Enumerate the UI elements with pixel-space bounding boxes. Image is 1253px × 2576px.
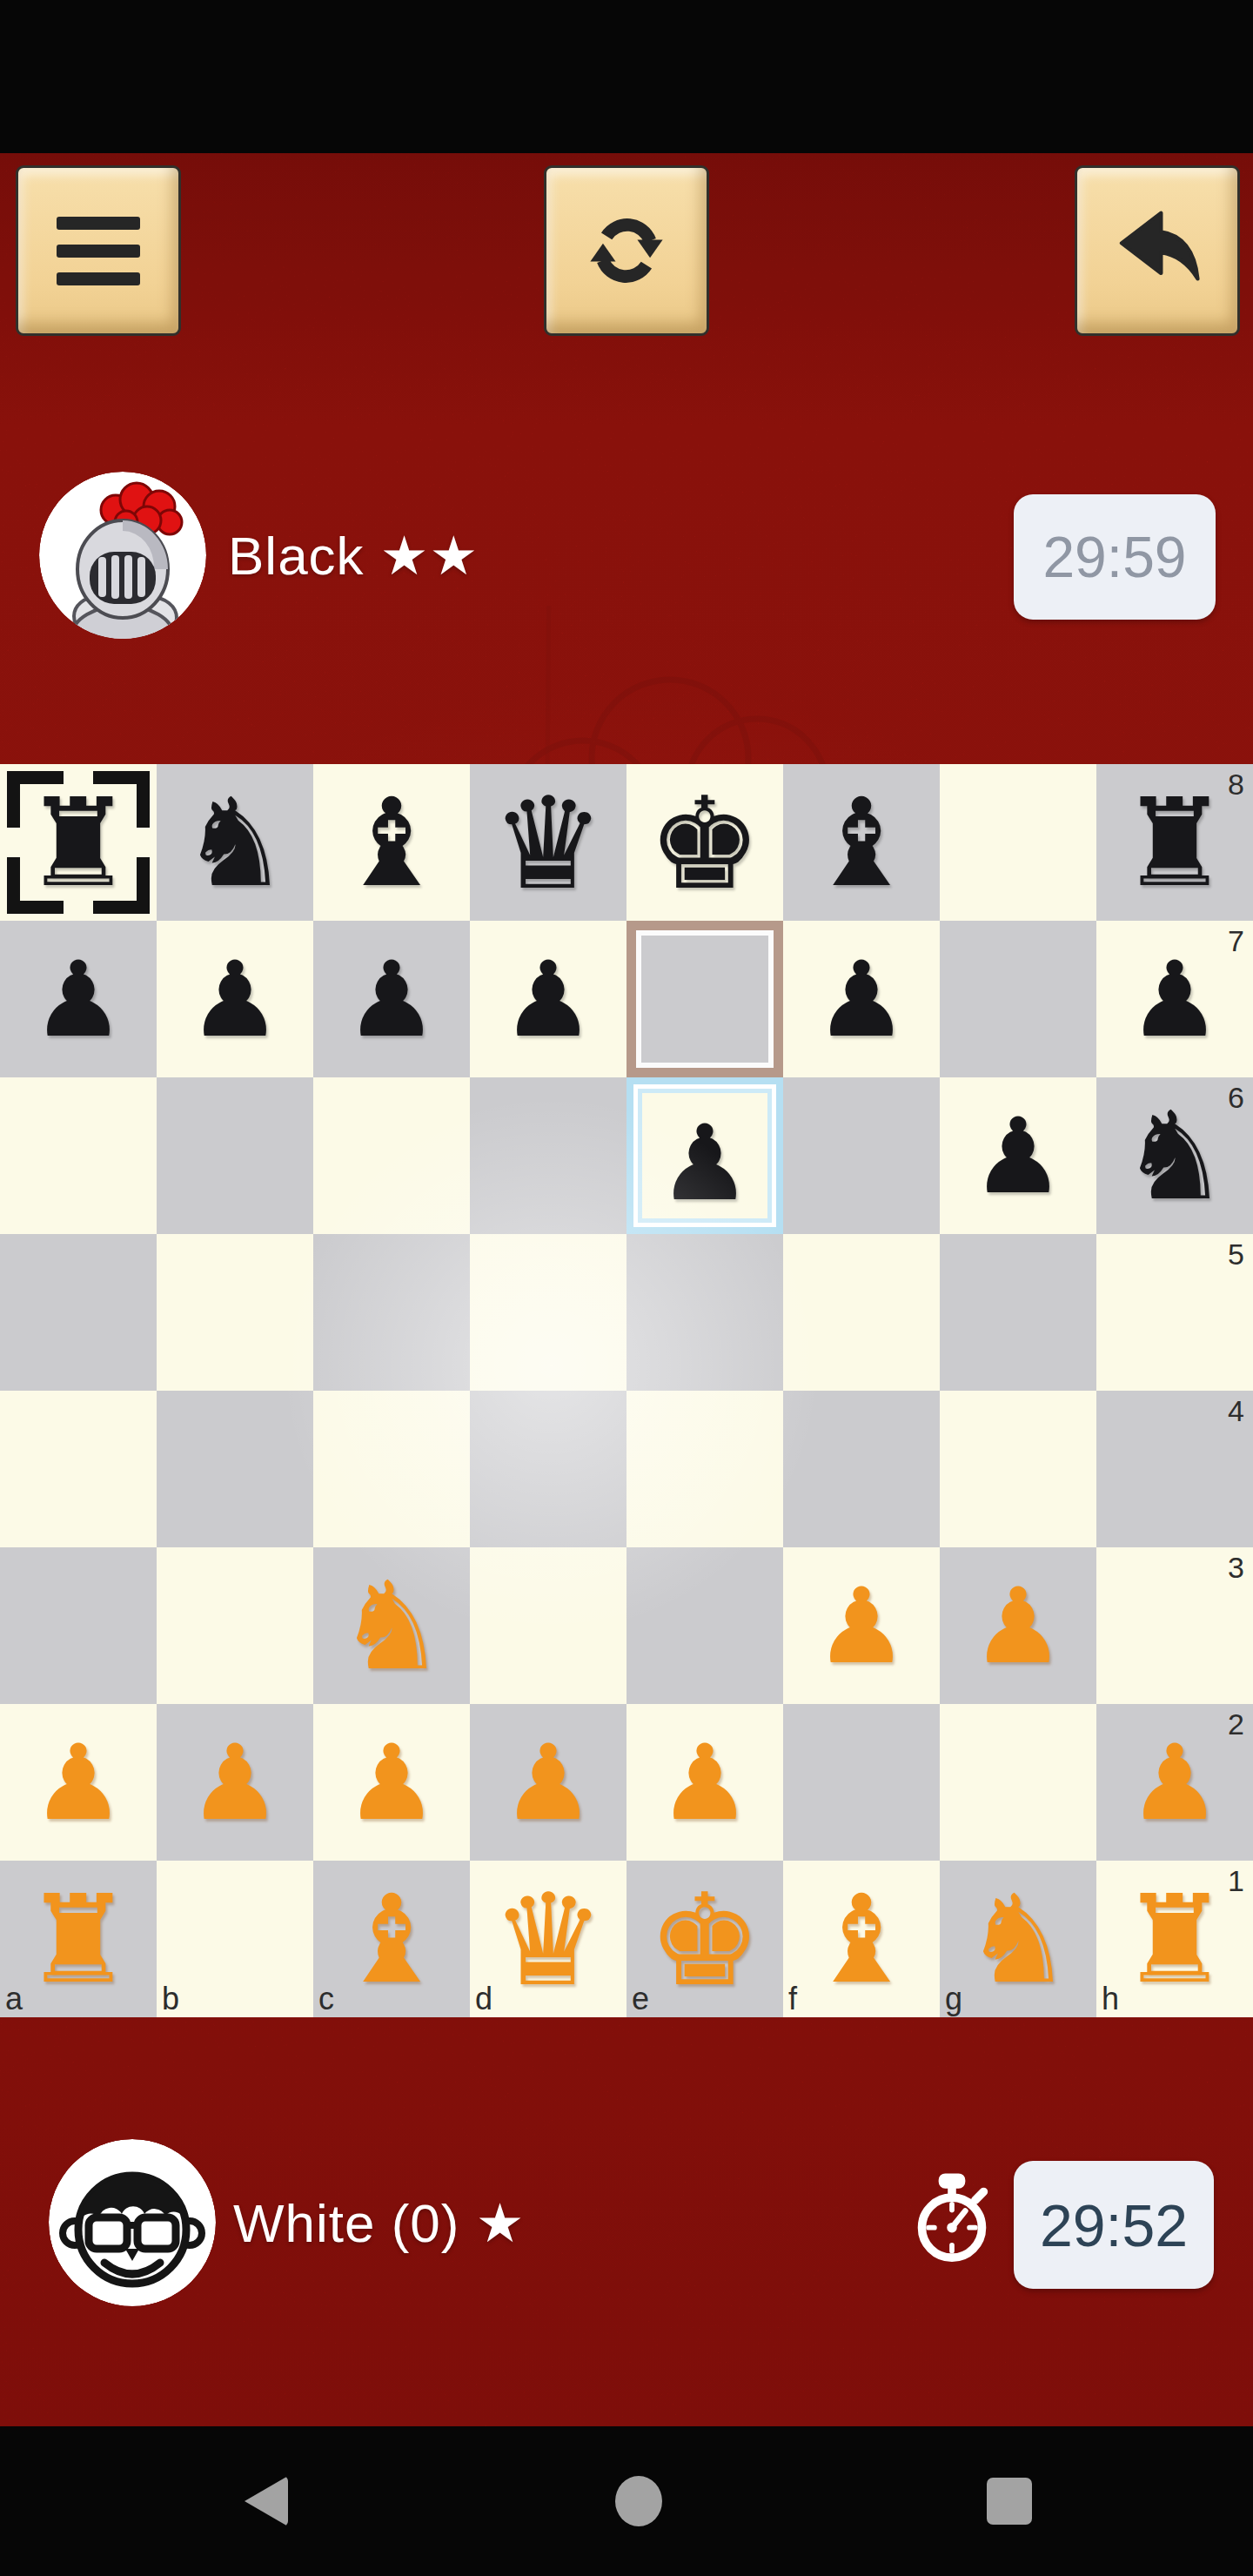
square-a2[interactable]: ♟ — [0, 1704, 157, 1861]
square-d7[interactable]: ♟ — [470, 921, 626, 1077]
menu-button[interactable] — [16, 165, 181, 336]
square-a5[interactable] — [0, 1234, 157, 1391]
piece-bP-d7: ♟ — [470, 921, 626, 1077]
white-player-avatar — [49, 2139, 216, 2306]
square-h2[interactable]: ♟2 — [1096, 1704, 1253, 1861]
piece-wQ-d1: ♛ — [470, 1861, 626, 2017]
square-d5[interactable] — [470, 1234, 626, 1391]
square-a6[interactable] — [0, 1077, 157, 1234]
square-e6[interactable]: ♟ — [626, 1077, 783, 1234]
square-f3[interactable]: ♟ — [783, 1547, 940, 1704]
piece-bQ-d8: ♛ — [470, 764, 626, 921]
square-h6[interactable]: ♞6 — [1096, 1077, 1253, 1234]
file-label-f: f — [788, 1981, 797, 2017]
square-e3[interactable] — [626, 1547, 783, 1704]
square-d8[interactable]: ♛ — [470, 764, 626, 921]
square-e5[interactable] — [626, 1234, 783, 1391]
piece-wP-a2: ♟ — [0, 1704, 157, 1861]
square-a1[interactable]: ♜a — [0, 1861, 157, 2017]
black-player-name: Black ★★ — [228, 472, 479, 639]
square-c7[interactable]: ♟ — [313, 921, 470, 1077]
refresh-icon — [581, 205, 672, 296]
square-c1[interactable]: ♝c — [313, 1861, 470, 2017]
white-clock-time: 29:52 — [1040, 2191, 1188, 2259]
piece-bN-b8: ♞ — [157, 764, 313, 921]
status-bar — [0, 0, 1253, 153]
piece-bK-e8: ♚ — [626, 764, 783, 921]
file-label-c: c — [318, 1981, 334, 2017]
undo-arrow-icon — [1110, 204, 1204, 298]
piece-wB-c1: ♝ — [313, 1861, 470, 2017]
piece-wK-e1: ♚ — [626, 1861, 783, 2017]
square-c8[interactable]: ♝ — [313, 764, 470, 921]
piece-bR-a8: ♜ — [0, 764, 157, 921]
square-f4[interactable] — [783, 1391, 940, 1547]
rank-label-5: 5 — [1228, 1238, 1244, 1271]
square-c5[interactable] — [313, 1234, 470, 1391]
file-label-d: d — [475, 1981, 492, 2017]
game-screen: Black ★★ 29:59 ♜♞♝♛♚♝♜8♟♟♟♟♟♟7♟♟♞654♞♟♟3… — [0, 153, 1253, 2426]
square-f8[interactable]: ♝ — [783, 764, 940, 921]
piece-bP-b7: ♟ — [157, 921, 313, 1077]
square-c6[interactable] — [313, 1077, 470, 1234]
square-e1[interactable]: ♚e — [626, 1861, 783, 2017]
piece-bP-c7: ♟ — [313, 921, 470, 1077]
white-player-name: White (0) ★ — [233, 2139, 525, 2306]
square-b4[interactable] — [157, 1391, 313, 1547]
square-d4[interactable] — [470, 1391, 626, 1547]
file-label-b: b — [162, 1981, 179, 2017]
chess-board: ♜♞♝♛♚♝♜8♟♟♟♟♟♟7♟♟♞654♞♟♟3♟♟♟♟♟♟2♜ab♝c♛d♚… — [0, 764, 1253, 2017]
square-g1[interactable]: ♞g — [940, 1861, 1096, 2017]
square-e4[interactable] — [626, 1391, 783, 1547]
file-label-e: e — [632, 1981, 649, 2017]
stopwatch-icon — [912, 2172, 992, 2270]
rank-label-7: 7 — [1228, 924, 1244, 958]
square-a4[interactable] — [0, 1391, 157, 1547]
square-f7[interactable]: ♟ — [783, 921, 940, 1077]
piece-bB-c8: ♝ — [313, 764, 470, 921]
square-g6[interactable]: ♟ — [940, 1077, 1096, 1234]
piece-wP-g3: ♟ — [940, 1547, 1096, 1704]
piece-bB-f8: ♝ — [783, 764, 940, 921]
square-h7[interactable]: ♟7 — [1096, 921, 1253, 1077]
square-a8[interactable]: ♜ — [0, 764, 157, 921]
square-g7[interactable] — [940, 921, 1096, 1077]
black-player-avatar — [39, 472, 206, 639]
square-d2[interactable]: ♟ — [470, 1704, 626, 1861]
square-e8[interactable]: ♚ — [626, 764, 783, 921]
rank-label-1: 1 — [1228, 1864, 1244, 1898]
square-b2[interactable]: ♟ — [157, 1704, 313, 1861]
piece-wP-d2: ♟ — [470, 1704, 626, 1861]
black-clock-time: 29:59 — [1042, 524, 1186, 590]
rank-label-4: 4 — [1228, 1394, 1244, 1428]
rank-label-3: 3 — [1228, 1551, 1244, 1585]
square-b3[interactable] — [157, 1547, 313, 1704]
piece-bP-f7: ♟ — [783, 921, 940, 1077]
file-label-h: h — [1102, 1981, 1119, 2017]
square-g3[interactable]: ♟ — [940, 1547, 1096, 1704]
piece-bP-g6: ♟ — [940, 1077, 1096, 1234]
piece-bP-a7: ♟ — [0, 921, 157, 1077]
square-b1[interactable]: b — [157, 1861, 313, 2017]
square-g4[interactable] — [940, 1391, 1096, 1547]
square-g2[interactable] — [940, 1704, 1096, 1861]
black-clock: 29:59 — [1014, 494, 1216, 620]
nav-home-icon[interactable] — [615, 2476, 662, 2526]
square-d6[interactable] — [470, 1077, 626, 1234]
rank-label-6: 6 — [1228, 1081, 1244, 1115]
piece-bP-e6: ♟ — [633, 1084, 776, 1227]
square-h8[interactable]: ♜8 — [1096, 764, 1253, 921]
square-b8[interactable]: ♞ — [157, 764, 313, 921]
square-f5[interactable] — [783, 1234, 940, 1391]
square-a3[interactable] — [0, 1547, 157, 1704]
square-d3[interactable] — [470, 1547, 626, 1704]
android-nav-bar — [0, 2426, 1253, 2576]
square-f1[interactable]: ♝f — [783, 1861, 940, 2017]
square-h4[interactable]: 4 — [1096, 1391, 1253, 1547]
hamburger-icon — [57, 217, 140, 285]
file-label-a: a — [5, 1981, 23, 2017]
piece-wP-b2: ♟ — [157, 1704, 313, 1861]
piece-wB-f1: ♝ — [783, 1861, 940, 2017]
square-h5[interactable]: 5 — [1096, 1234, 1253, 1391]
square-a7[interactable]: ♟ — [0, 921, 157, 1077]
piece-wP-c2: ♟ — [313, 1704, 470, 1861]
square-e2[interactable]: ♟ — [626, 1704, 783, 1861]
square-e7[interactable] — [626, 921, 783, 1077]
flip-board-button[interactable] — [544, 165, 709, 336]
undo-button[interactable] — [1075, 165, 1240, 336]
square-c4[interactable] — [313, 1391, 470, 1547]
square-f2[interactable] — [783, 1704, 940, 1861]
square-d1[interactable]: ♛d — [470, 1861, 626, 2017]
rank-label-8: 8 — [1228, 768, 1244, 802]
piece-wN-g1: ♞ — [940, 1861, 1096, 2017]
file-label-g: g — [945, 1981, 962, 2017]
square-b5[interactable] — [157, 1234, 313, 1391]
piece-wP-e2: ♟ — [626, 1704, 783, 1861]
piece-wP-f3: ♟ — [783, 1547, 940, 1704]
square-c2[interactable]: ♟ — [313, 1704, 470, 1861]
piece-wR-a1: ♜ — [0, 1861, 157, 2017]
square-h3[interactable]: 3 — [1096, 1547, 1253, 1704]
square-h1[interactable]: ♜1h — [1096, 1861, 1253, 2017]
square-b6[interactable] — [157, 1077, 313, 1234]
rank-label-2: 2 — [1228, 1707, 1244, 1741]
square-c3[interactable]: ♞ — [313, 1547, 470, 1704]
piece-wN-c3: ♞ — [313, 1547, 470, 1704]
nav-recents-icon[interactable] — [987, 2478, 1032, 2525]
square-g8[interactable] — [940, 764, 1096, 921]
nav-back-icon[interactable] — [245, 2476, 288, 2526]
square-f6[interactable] — [783, 1077, 940, 1234]
square-g5[interactable] — [940, 1234, 1096, 1391]
white-clock: 29:52 — [1014, 2161, 1214, 2289]
square-b7[interactable]: ♟ — [157, 921, 313, 1077]
